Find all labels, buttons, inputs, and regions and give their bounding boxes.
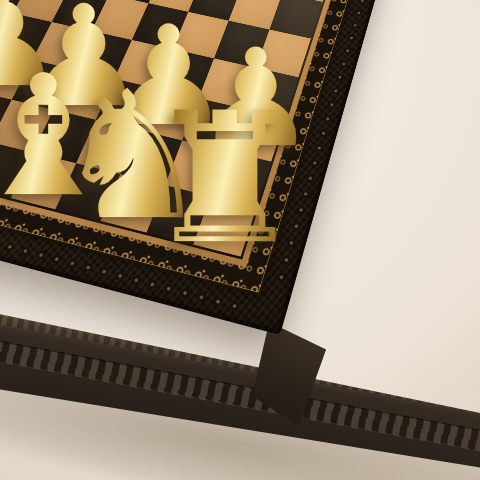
- photo-stage: ♟♟♟♟♝♞♜: [0, 0, 480, 480]
- piece-rook[interactable]: ♜: [144, 89, 305, 269]
- pieces-layer: ♟♟♟♟♝♞♜: [0, 0, 480, 480]
